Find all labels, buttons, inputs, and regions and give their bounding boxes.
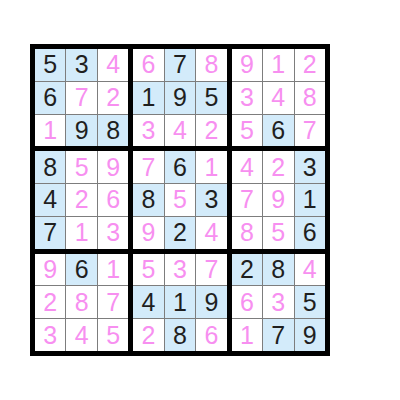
box-3-2: 537419286 [133,254,226,351]
cell-r4c8[interactable]: 2 [263,151,293,183]
cell-r2c2[interactable]: 7 [66,82,96,114]
cell-r9c1[interactable]: 3 [35,319,65,351]
cell-r3c8[interactable]: 6 [263,115,293,147]
cell-r9c6[interactable]: 6 [196,319,226,351]
cell-r7c4[interactable]: 5 [133,254,163,286]
cell-r6c3[interactable]: 3 [98,217,128,249]
cell-r9c5[interactable]: 8 [165,319,195,351]
cell-r7c9[interactable]: 4 [295,254,325,286]
cell-r5c4[interactable]: 8 [133,184,163,216]
cell-r4c1[interactable]: 8 [35,151,65,183]
cell-r6c1[interactable]: 7 [35,217,65,249]
cell-r1c5[interactable]: 7 [165,49,195,81]
cell-r8c8[interactable]: 3 [263,286,293,318]
cell-r2c4[interactable]: 1 [133,82,163,114]
cell-r9c2[interactable]: 4 [66,319,96,351]
cell-r3c3[interactable]: 8 [98,115,128,147]
cell-r1c6[interactable]: 8 [196,49,226,81]
cell-r3c9[interactable]: 7 [295,115,325,147]
cell-r7c8[interactable]: 8 [263,254,293,286]
cell-r2c5[interactable]: 9 [165,82,195,114]
cell-r1c9[interactable]: 2 [295,49,325,81]
cell-r3c6[interactable]: 2 [196,115,226,147]
cell-r1c2[interactable]: 3 [66,49,96,81]
cell-r6c8[interactable]: 5 [263,217,293,249]
cell-r1c7[interactable]: 9 [232,49,262,81]
cell-r8c9[interactable]: 5 [295,286,325,318]
cell-r7c2[interactable]: 6 [66,254,96,286]
cell-r3c2[interactable]: 9 [66,115,96,147]
cell-r6c9[interactable]: 6 [295,217,325,249]
cell-r5c2[interactable]: 2 [66,184,96,216]
cell-r5c8[interactable]: 9 [263,184,293,216]
cell-r9c7[interactable]: 1 [232,319,262,351]
cell-r4c3[interactable]: 9 [98,151,128,183]
box-3-1: 961287345 [35,254,128,351]
cell-r8c5[interactable]: 1 [165,286,195,318]
cell-r6c2[interactable]: 1 [66,217,96,249]
cell-r5c6[interactable]: 3 [196,184,226,216]
cell-r1c3[interactable]: 4 [98,49,128,81]
cell-r7c6[interactable]: 7 [196,254,226,286]
cell-r2c7[interactable]: 3 [232,82,262,114]
cell-r3c4[interactable]: 3 [133,115,163,147]
cell-r4c2[interactable]: 5 [66,151,96,183]
cell-r7c5[interactable]: 3 [165,254,195,286]
cell-r5c9[interactable]: 1 [295,184,325,216]
cell-r4c6[interactable]: 1 [196,151,226,183]
cell-r6c7[interactable]: 8 [232,217,262,249]
cell-r9c8[interactable]: 7 [263,319,293,351]
cell-r4c5[interactable]: 6 [165,151,195,183]
cell-r5c7[interactable]: 7 [232,184,262,216]
cell-r5c3[interactable]: 6 [98,184,128,216]
cell-r5c1[interactable]: 4 [35,184,65,216]
cell-r1c8[interactable]: 1 [263,49,293,81]
cell-r8c3[interactable]: 7 [98,286,128,318]
cell-r8c2[interactable]: 8 [66,286,96,318]
box-2-1: 859426713 [35,151,128,248]
cell-r9c4[interactable]: 2 [133,319,163,351]
cell-r6c4[interactable]: 9 [133,217,163,249]
box-2-3: 423791856 [232,151,325,248]
cell-r4c9[interactable]: 3 [295,151,325,183]
cell-r1c4[interactable]: 6 [133,49,163,81]
cell-r6c6[interactable]: 4 [196,217,226,249]
cell-r2c8[interactable]: 4 [263,82,293,114]
cell-r2c1[interactable]: 6 [35,82,65,114]
cell-r8c7[interactable]: 6 [232,286,262,318]
cell-r8c4[interactable]: 4 [133,286,163,318]
cell-r2c3[interactable]: 2 [98,82,128,114]
box-2-2: 761853924 [133,151,226,248]
cell-r7c3[interactable]: 1 [98,254,128,286]
cell-r9c3[interactable]: 5 [98,319,128,351]
cell-r4c4[interactable]: 7 [133,151,163,183]
cell-r3c7[interactable]: 5 [232,115,262,147]
box-1-3: 912348567 [232,49,325,146]
cell-r2c9[interactable]: 8 [295,82,325,114]
cell-r6c5[interactable]: 2 [165,217,195,249]
cell-r5c5[interactable]: 5 [165,184,195,216]
cell-r3c1[interactable]: 1 [35,115,65,147]
cell-r8c1[interactable]: 2 [35,286,65,318]
cell-r2c6[interactable]: 5 [196,82,226,114]
cell-r1c1[interactable]: 5 [35,49,65,81]
page-background: 5346721986781953429123485678594267137618… [0,0,400,400]
box-1-1: 534672198 [35,49,128,146]
cell-r7c1[interactable]: 9 [35,254,65,286]
box-1-2: 678195342 [133,49,226,146]
box-3-3: 284635179 [232,254,325,351]
sudoku-board: 5346721986781953429123485678594267137618… [30,44,330,356]
cell-r4c7[interactable]: 4 [232,151,262,183]
cell-r7c7[interactable]: 2 [232,254,262,286]
cell-r3c5[interactable]: 4 [165,115,195,147]
cell-r9c9[interactable]: 9 [295,319,325,351]
cell-r8c6[interactable]: 9 [196,286,226,318]
